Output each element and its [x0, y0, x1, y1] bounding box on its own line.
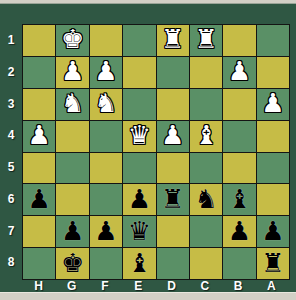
- square-d5[interactable]: [157, 153, 189, 184]
- square-g1[interactable]: ♚: [56, 25, 88, 56]
- square-g7[interactable]: ♟: [56, 216, 88, 247]
- square-a6[interactable]: [257, 184, 289, 215]
- piece-black-pawn[interactable]: ♟: [28, 186, 51, 212]
- square-a2[interactable]: [257, 57, 289, 88]
- piece-black-knight[interactable]: ♞: [194, 186, 217, 212]
- square-f6[interactable]: [90, 184, 122, 215]
- square-h8[interactable]: [23, 248, 55, 279]
- square-g8[interactable]: ♚: [56, 248, 88, 279]
- square-d8[interactable]: [157, 248, 189, 279]
- square-e8[interactable]: ♝: [123, 248, 155, 279]
- window-bottom-edge: [0, 292, 296, 300]
- piece-white-pawn[interactable]: ♟: [161, 122, 184, 148]
- square-f1[interactable]: [90, 25, 122, 56]
- square-d7[interactable]: [157, 216, 189, 247]
- rank-label-6: 6: [2, 183, 20, 215]
- square-c3[interactable]: [190, 89, 222, 120]
- rank-label-3: 3: [2, 88, 20, 120]
- square-d4[interactable]: ♟: [157, 121, 189, 152]
- square-h1[interactable]: [23, 25, 55, 56]
- piece-black-queen[interactable]: ♛: [128, 218, 151, 244]
- square-a5[interactable]: [257, 153, 289, 184]
- square-b1[interactable]: [223, 25, 255, 56]
- square-c7[interactable]: [190, 216, 222, 247]
- piece-black-pawn[interactable]: ♟: [94, 218, 117, 244]
- square-b2[interactable]: ♟: [223, 57, 255, 88]
- piece-white-king[interactable]: ♚: [61, 26, 84, 52]
- square-e4[interactable]: ♛: [123, 121, 155, 152]
- chess-board-window: 12345678 ♚♜♜♟♟♟♞♞♟♟♛♟♝♟♟♜♞♝♟♟♛♟♟♚♝♜ HGFE…: [0, 0, 296, 300]
- square-f5[interactable]: [90, 153, 122, 184]
- square-e5[interactable]: [123, 153, 155, 184]
- square-d1[interactable]: ♜: [157, 25, 189, 56]
- square-b8[interactable]: [223, 248, 255, 279]
- piece-white-pawn[interactable]: ♟: [228, 58, 251, 84]
- piece-black-bishop[interactable]: ♝: [228, 186, 251, 212]
- square-h3[interactable]: [23, 89, 55, 120]
- piece-black-king[interactable]: ♚: [61, 250, 84, 276]
- square-c4[interactable]: ♝: [190, 121, 222, 152]
- file-label-g: G: [55, 279, 88, 293]
- square-b6[interactable]: ♝: [223, 184, 255, 215]
- file-label-c: C: [188, 279, 221, 293]
- piece-white-knight[interactable]: ♞: [61, 90, 84, 116]
- piece-white-rook[interactable]: ♜: [161, 26, 184, 52]
- chess-board: ♚♜♜♟♟♟♞♞♟♟♛♟♝♟♟♜♞♝♟♟♛♟♟♚♝♜: [22, 24, 290, 280]
- square-d2[interactable]: [157, 57, 189, 88]
- piece-black-pawn[interactable]: ♟: [61, 218, 84, 244]
- rank-label-1: 1: [2, 24, 20, 56]
- file-label-e: E: [122, 279, 155, 293]
- square-c1[interactable]: ♜: [190, 25, 222, 56]
- square-h6[interactable]: ♟: [23, 184, 55, 215]
- square-h2[interactable]: [23, 57, 55, 88]
- piece-white-queen[interactable]: ♛: [128, 122, 151, 148]
- square-f8[interactable]: [90, 248, 122, 279]
- piece-white-pawn[interactable]: ♟: [261, 90, 284, 116]
- square-c8[interactable]: [190, 248, 222, 279]
- square-h5[interactable]: [23, 153, 55, 184]
- piece-black-pawn[interactable]: ♟: [128, 186, 151, 212]
- square-g2[interactable]: ♟: [56, 57, 88, 88]
- square-g5[interactable]: [56, 153, 88, 184]
- square-b3[interactable]: [223, 89, 255, 120]
- square-e3[interactable]: [123, 89, 155, 120]
- file-label-d: D: [155, 279, 188, 293]
- square-a4[interactable]: [257, 121, 289, 152]
- square-g4[interactable]: [56, 121, 88, 152]
- square-h4[interactable]: ♟: [23, 121, 55, 152]
- square-b7[interactable]: ♟: [223, 216, 255, 247]
- rank-label-7: 7: [2, 215, 20, 247]
- square-a8[interactable]: ♜: [257, 248, 289, 279]
- square-h7[interactable]: [23, 216, 55, 247]
- piece-white-pawn[interactable]: ♟: [94, 58, 117, 84]
- file-label-h: H: [22, 279, 55, 293]
- square-d3[interactable]: [157, 89, 189, 120]
- square-c6[interactable]: ♞: [190, 184, 222, 215]
- rank-label-8: 8: [2, 246, 20, 278]
- square-g3[interactable]: ♞: [56, 89, 88, 120]
- square-b4[interactable]: [223, 121, 255, 152]
- file-label-b: B: [222, 279, 255, 293]
- square-e6[interactable]: ♟: [123, 184, 155, 215]
- square-a7[interactable]: ♟: [257, 216, 289, 247]
- piece-black-pawn[interactable]: ♟: [261, 218, 284, 244]
- square-c5[interactable]: [190, 153, 222, 184]
- piece-white-bishop[interactable]: ♝: [194, 122, 217, 148]
- file-label-a: A: [255, 279, 288, 293]
- square-c2[interactable]: [190, 57, 222, 88]
- rank-label-2: 2: [2, 56, 20, 88]
- piece-black-pawn[interactable]: ♟: [228, 218, 251, 244]
- square-f3[interactable]: ♞: [90, 89, 122, 120]
- rank-label-4: 4: [2, 119, 20, 151]
- piece-white-pawn[interactable]: ♟: [28, 122, 51, 148]
- square-e2[interactable]: [123, 57, 155, 88]
- piece-white-rook[interactable]: ♜: [194, 26, 217, 52]
- piece-black-bishop[interactable]: ♝: [128, 250, 151, 276]
- piece-white-pawn[interactable]: ♟: [61, 58, 84, 84]
- square-f7[interactable]: ♟: [90, 216, 122, 247]
- square-a3[interactable]: ♟: [257, 89, 289, 120]
- square-g6[interactable]: [56, 184, 88, 215]
- square-e1[interactable]: [123, 25, 155, 56]
- square-f4[interactable]: [90, 121, 122, 152]
- window-top-edge: [0, 0, 296, 4]
- square-e7[interactable]: ♛: [123, 216, 155, 247]
- square-f2[interactable]: ♟: [90, 57, 122, 88]
- rank-label-5: 5: [2, 151, 20, 183]
- file-label-f: F: [89, 279, 122, 293]
- square-b5[interactable]: [223, 153, 255, 184]
- square-d6[interactable]: ♜: [157, 184, 189, 215]
- piece-black-rook[interactable]: ♜: [261, 250, 284, 276]
- piece-black-rook[interactable]: ♜: [161, 186, 184, 212]
- piece-white-knight[interactable]: ♞: [94, 90, 117, 116]
- square-a1[interactable]: [257, 25, 289, 56]
